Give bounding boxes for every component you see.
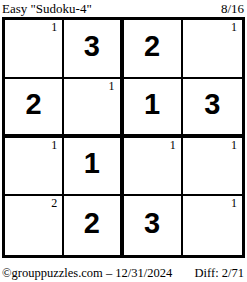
pencil-mark: 1 (51, 139, 57, 152)
pencil-mark: 1 (231, 21, 237, 34)
sudoku-cell-r4c4[interactable]: 1 (183, 196, 242, 255)
puzzle-title: Easy "Sudoku-4" (2, 1, 92, 16)
sudoku-cell-r2c4[interactable]: 3 (183, 79, 242, 138)
sudoku-cell-r3c3[interactable]: 1 (124, 138, 183, 197)
cell-value: 1 (84, 149, 100, 178)
sudoku-cell-r1c3[interactable]: 2 (124, 20, 183, 79)
pencil-mark: 2 (51, 197, 57, 210)
sudoku-board: 1 3 2 1 2 1 1 3 (2, 17, 245, 258)
sudoku-cell-r2c2[interactable]: 1 (64, 79, 123, 138)
cell-value: 3 (144, 209, 160, 238)
sudoku-cell-r3c2[interactable]: 1 (64, 138, 123, 197)
cell-value: 2 (144, 32, 160, 61)
pencil-mark: 1 (170, 139, 176, 152)
sudoku-cell-r1c1[interactable]: 1 (5, 20, 64, 79)
sudoku-cell-r1c2[interactable]: 3 (64, 20, 123, 79)
cell-value: 1 (144, 90, 160, 119)
sudoku-cell-r2c1[interactable]: 2 (5, 79, 64, 138)
sudoku-cell-r1c4[interactable]: 1 (183, 20, 242, 79)
sudoku-cell-r4c2[interactable]: 2 (64, 196, 123, 255)
pencil-mark: 1 (231, 139, 237, 152)
footer: ©grouppuzzles.com – 12/31/2024 Diff: 2/7… (0, 266, 247, 280)
sudoku-cell-r3c4[interactable]: 1 (183, 138, 242, 197)
sudoku-cell-r2c3[interactable]: 1 (124, 79, 183, 138)
sudoku-cell-r3c1[interactable]: 1 (5, 138, 64, 197)
sudoku-cell-r4c1[interactable]: 2 (5, 196, 64, 255)
pencil-mark: 1 (231, 197, 237, 210)
cell-value: 2 (26, 90, 42, 119)
cell-value: 3 (84, 32, 100, 61)
cell-value: 2 (84, 209, 100, 238)
cell-value: 3 (204, 90, 220, 119)
pencil-mark: 1 (109, 80, 115, 93)
given-count: 8/16 (221, 1, 244, 16)
sudoku-cell-r4c3[interactable]: 3 (124, 196, 183, 255)
difficulty-label: Diff: 2/71 (195, 266, 244, 280)
copyright-date: ©grouppuzzles.com – 12/31/2024 (2, 266, 172, 280)
header: Easy "Sudoku-4" 8/16 (0, 0, 247, 17)
puzzle-page: Easy "Sudoku-4" 8/16 1 3 2 1 2 1 (0, 0, 247, 282)
pencil-mark: 1 (51, 21, 57, 34)
